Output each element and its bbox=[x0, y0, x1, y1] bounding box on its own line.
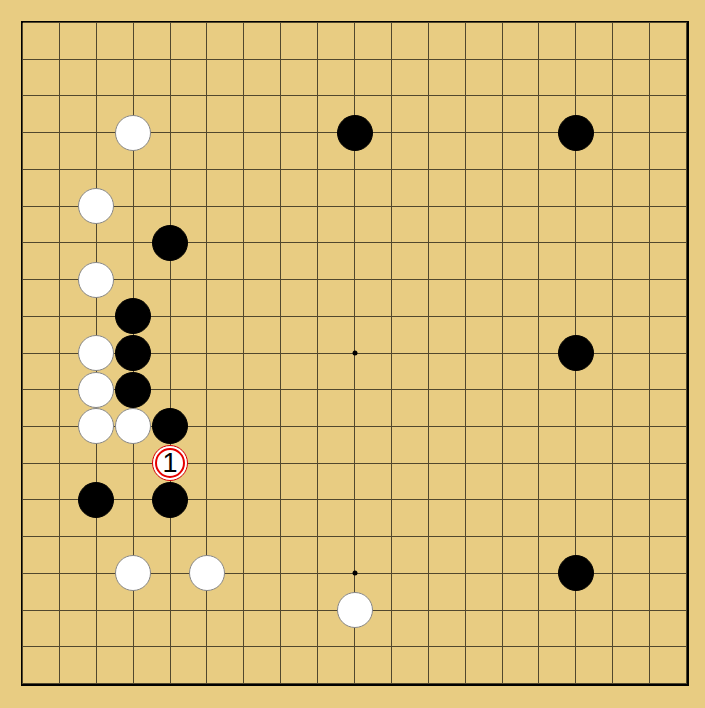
stone-white-D4 bbox=[115, 555, 151, 591]
grid-line bbox=[686, 23, 687, 684]
move-number-label: 1 bbox=[163, 450, 178, 477]
star-point bbox=[352, 351, 357, 356]
stone-black-Q10 bbox=[558, 335, 594, 371]
stone-black-C6 bbox=[78, 482, 114, 518]
stone-black-E8 bbox=[152, 408, 188, 444]
stone-black-D9 bbox=[115, 372, 151, 408]
stone-white-C10 bbox=[78, 335, 114, 371]
grid-line bbox=[23, 683, 687, 684]
stone-white-C9 bbox=[78, 372, 114, 408]
stone-white-C14 bbox=[78, 188, 114, 224]
grid-line bbox=[649, 23, 650, 684]
grid-line bbox=[23, 499, 687, 500]
star-point bbox=[352, 571, 357, 576]
stone-white-D16 bbox=[115, 115, 151, 151]
stone-black-Q16 bbox=[558, 115, 594, 151]
stone-white-D8 bbox=[115, 408, 151, 444]
stone-black-D10 bbox=[115, 335, 151, 371]
stone-white-C12 bbox=[78, 262, 114, 298]
stone-black-E6 bbox=[152, 482, 188, 518]
grid-line bbox=[612, 23, 613, 684]
grid-line bbox=[23, 463, 687, 464]
grid-line bbox=[502, 23, 503, 684]
stone-white-C8 bbox=[78, 408, 114, 444]
stone-white-F4 bbox=[189, 555, 225, 591]
grid-line bbox=[23, 646, 687, 647]
stone-black-Q4 bbox=[558, 555, 594, 591]
stone-white-K3 bbox=[337, 592, 373, 628]
stone-black-D11 bbox=[115, 298, 151, 334]
stone-black-E13 bbox=[152, 225, 188, 261]
grid-line bbox=[23, 536, 687, 537]
grid-line bbox=[538, 23, 539, 684]
marked-stone-move-1: 1 bbox=[152, 445, 188, 481]
go-board-diagram: 1 bbox=[0, 0, 705, 708]
grid-line bbox=[428, 23, 429, 684]
stone-black-K16 bbox=[337, 115, 373, 151]
grid-line bbox=[391, 23, 392, 684]
grid-line bbox=[465, 23, 466, 684]
go-board[interactable]: 1 bbox=[23, 23, 687, 684]
